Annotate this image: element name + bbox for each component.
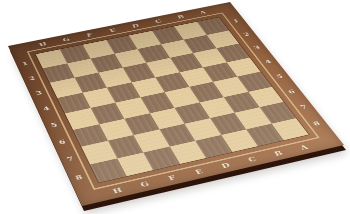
photo-background: HHGGFFEEDDCCBBAA1122334455667788 xyxy=(0,0,350,214)
board-frame: HHGGFFEEDDCCBBAA1122334455667788 xyxy=(8,2,344,206)
chessboard: HHGGFFEEDDCCBBAA1122334455667788 xyxy=(0,0,300,214)
